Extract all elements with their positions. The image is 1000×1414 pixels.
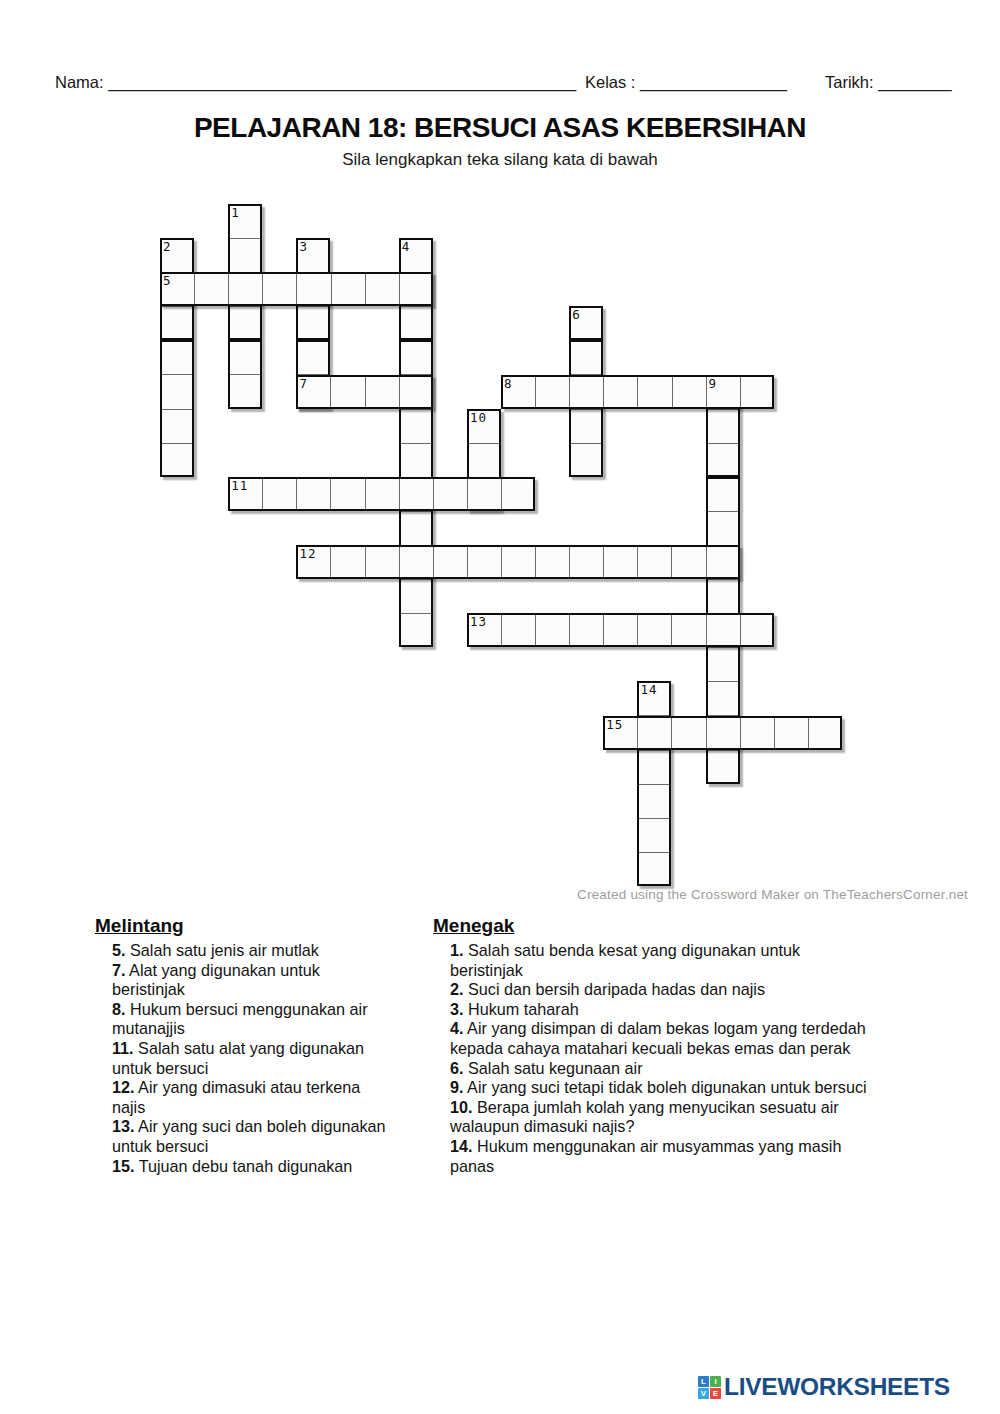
cell-separator: [401, 306, 431, 307]
answer-box-across-3[interactable]: [228, 477, 535, 511]
cell-separator: [501, 479, 502, 509]
answer-box-across-5[interactable]: [467, 613, 774, 647]
cell-separator: [401, 409, 431, 410]
cell-separator: [740, 615, 741, 645]
cell-separator: [331, 274, 332, 304]
cell-separator: [330, 479, 331, 509]
cell-separator: [639, 818, 669, 819]
cell-separator: [808, 718, 809, 748]
cell-separator: [740, 377, 741, 407]
cell-separator: [228, 274, 229, 304]
down-heading: Menegak: [433, 915, 514, 937]
answer-box-down-13[interactable]: [637, 681, 671, 886]
cell-separator: [637, 718, 638, 748]
cell-separator: [401, 579, 431, 580]
across-clue-list: 5. Salah satu jenis air mutlak7. Alat ya…: [112, 941, 442, 1176]
logo-tile-E: E: [710, 1388, 721, 1399]
cell-separator: [401, 511, 431, 512]
clue-number-4: 4: [402, 241, 411, 254]
clue-number-6: 6: [572, 309, 581, 322]
across-clue-13: 13. Air yang suci dan boleh digunakan un…: [112, 1117, 442, 1156]
cell-separator: [672, 377, 673, 407]
cell-separator: [569, 615, 570, 645]
across-clue-11: 11. Salah satu alat yang digunakan untuk…: [112, 1039, 442, 1078]
cell-separator: [603, 547, 604, 577]
cell-separator: [365, 547, 366, 577]
cell-separator: [298, 306, 328, 307]
cell-separator: [433, 547, 434, 577]
cell-separator: [230, 238, 260, 239]
across-clue-12: 12. Air yang dimasuki atau terkena najis: [112, 1078, 442, 1117]
cell-separator: [399, 479, 400, 509]
cell-separator: [603, 615, 604, 645]
logo-tiles-icon: LIVE: [698, 1376, 721, 1399]
down-clue-3: 3. Hukum taharah: [450, 1000, 970, 1020]
cell-separator: [365, 479, 366, 509]
cell-separator: [535, 547, 536, 577]
cell-separator: [639, 784, 669, 785]
clue-number-11: 11: [231, 480, 248, 493]
cell-separator: [262, 479, 263, 509]
cell-separator: [708, 750, 738, 751]
cell-separator: [162, 409, 192, 410]
answer-box-across-1[interactable]: [296, 375, 432, 409]
clue-number-7: 7: [299, 378, 308, 391]
cell-separator: [262, 274, 263, 304]
cell-separator: [603, 377, 604, 407]
clue-number-15: 15: [606, 719, 623, 732]
cell-separator: [740, 718, 741, 748]
cell-separator: [706, 547, 707, 577]
cell-separator: [671, 615, 672, 645]
credit-line: Created using the Crossword Maker on The…: [577, 887, 968, 902]
clue-number-3: 3: [299, 241, 308, 254]
cell-separator: [706, 718, 707, 748]
cell-separator: [569, 547, 570, 577]
answer-box-across-2[interactable]: [501, 375, 774, 409]
cell-separator: [401, 613, 431, 614]
cell-separator: [365, 377, 366, 407]
down-clue-1: 1. Salah satu benda kesat yang digunakan…: [450, 941, 970, 980]
across-heading: Melintang: [95, 915, 184, 937]
answer-box-across-4[interactable]: [296, 545, 739, 579]
cell-separator: [637, 377, 638, 407]
cell-separator: [433, 479, 434, 509]
cell-separator: [296, 479, 297, 509]
logo-tile-L: L: [698, 1376, 709, 1387]
across-clue-8: 8. Hukum bersuci menggunakan air mutanaj…: [112, 1000, 442, 1039]
cell-separator: [774, 718, 775, 748]
cell-separator: [401, 443, 431, 444]
cell-separator: [708, 511, 738, 512]
answer-box-down-3[interactable]: [160, 340, 194, 476]
clue-number-9: 9: [709, 378, 718, 391]
cell-separator: [162, 306, 192, 307]
cell-separator: [501, 547, 502, 577]
cell-separator: [571, 443, 601, 444]
cell-separator: [706, 615, 707, 645]
down-clue-9: 9. Air yang suci tetapi tidak boleh digu…: [450, 1078, 970, 1098]
cell-separator: [708, 579, 738, 580]
cell-separator: [399, 547, 400, 577]
liveworksheets-logo[interactable]: LIVE LIVEWORKSHEETS: [698, 1374, 950, 1400]
across-clue-7: 7. Alat yang digunakan untuk beristinjak: [112, 961, 442, 1000]
cell-separator: [230, 374, 260, 375]
down-clue-4: 4. Air yang disimpan di dalam bekas loga…: [450, 1019, 970, 1058]
cell-separator: [671, 718, 672, 748]
cell-separator: [535, 615, 536, 645]
cell-separator: [399, 377, 400, 407]
down-clue-list: 1. Salah satu benda kesat yang digunakan…: [450, 941, 970, 1176]
cell-separator: [671, 547, 672, 577]
logo-text: LIVEWORKSHEETS: [724, 1373, 950, 1401]
cell-separator: [330, 547, 331, 577]
down-clue-2: 2. Suci dan bersih daripada hadas dan na…: [450, 980, 970, 1000]
answer-box-down-1[interactable]: [228, 340, 262, 408]
clue-number-1: 1: [231, 207, 240, 220]
cell-separator: [569, 377, 570, 407]
cell-separator: [162, 443, 192, 444]
clue-number-2: 2: [163, 241, 172, 254]
cell-separator: [708, 409, 738, 410]
cell-separator: [708, 443, 738, 444]
cell-separator: [639, 852, 669, 853]
clue-number-14: 14: [640, 684, 657, 697]
answer-box-across-6[interactable]: [603, 716, 842, 750]
cell-separator: [637, 615, 638, 645]
cell-separator: [571, 409, 601, 410]
clue-number-10: 10: [470, 412, 487, 425]
cell-separator: [162, 374, 192, 375]
cell-separator: [194, 274, 195, 304]
cell-separator: [365, 274, 366, 304]
down-clue-14: 14. Hukum menggunakan air musyammas yang…: [450, 1137, 970, 1176]
cell-separator: [467, 479, 468, 509]
cell-separator: [330, 377, 331, 407]
cell-separator: [399, 274, 400, 304]
worksheet-page: Nama: __________________________________…: [0, 0, 1000, 1414]
answer-box-across-0[interactable]: [160, 272, 433, 306]
cell-separator: [708, 647, 738, 648]
across-clue-15: 15. Tujuan debu tanah digunakan: [112, 1157, 442, 1177]
clue-number-13: 13: [470, 616, 487, 629]
clue-number-12: 12: [299, 548, 316, 561]
cell-separator: [708, 681, 738, 682]
cell-separator: [535, 377, 536, 407]
clue-number-5: 5: [163, 275, 172, 288]
logo-tile-I: I: [710, 1376, 721, 1387]
across-clue-5: 5. Salah satu jenis air mutlak: [112, 941, 442, 961]
cell-separator: [296, 274, 297, 304]
crossword-grid: 123456789101112131415: [0, 0, 1000, 1414]
down-clue-10: 10. Berapa jumlah kolah yang menyucikan …: [450, 1098, 970, 1137]
cell-separator: [469, 443, 499, 444]
logo-tile-V: V: [698, 1388, 709, 1399]
cell-separator: [706, 377, 707, 407]
cell-separator: [637, 547, 638, 577]
cell-separator: [230, 306, 260, 307]
cell-separator: [501, 615, 502, 645]
cell-separator: [639, 750, 669, 751]
down-clue-6: 6. Salah satu kegunaan air: [450, 1059, 970, 1079]
cell-separator: [467, 547, 468, 577]
clue-number-8: 8: [504, 378, 513, 391]
